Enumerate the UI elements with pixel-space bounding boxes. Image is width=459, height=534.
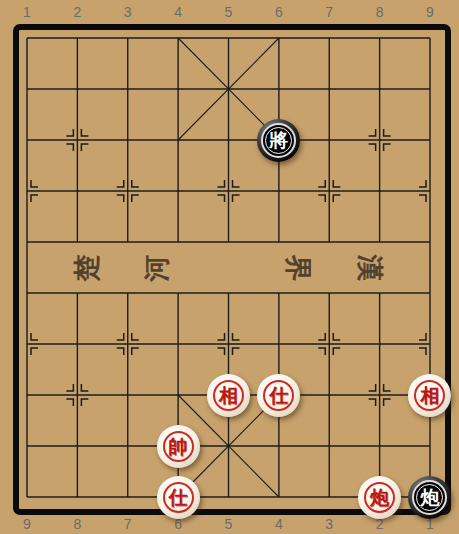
position-marker	[66, 399, 73, 406]
position-marker	[218, 180, 225, 187]
board-grid: 楚河界漢123456789987654321	[0, 0, 459, 534]
position-marker	[132, 195, 139, 202]
file-label-bottom: 3	[325, 516, 333, 532]
position-marker	[419, 348, 426, 355]
position-marker	[117, 195, 124, 202]
position-marker	[132, 180, 139, 187]
position-marker	[218, 195, 225, 202]
position-marker	[31, 333, 38, 340]
river-text-left: 楚	[71, 254, 102, 283]
position-marker	[117, 180, 124, 187]
file-label-top: 8	[376, 4, 384, 20]
position-marker	[81, 399, 88, 406]
position-marker	[233, 348, 240, 355]
file-label-top: 4	[174, 4, 182, 20]
black-cannon-glyph: 炮	[420, 488, 439, 507]
position-marker	[419, 333, 426, 340]
position-marker	[333, 348, 340, 355]
position-marker	[132, 333, 139, 340]
position-marker	[318, 195, 325, 202]
position-marker	[233, 195, 240, 202]
file-label-top: 5	[225, 4, 233, 20]
red-advisor-2[interactable]: 仕	[157, 476, 200, 519]
position-marker	[81, 384, 88, 391]
position-marker	[66, 129, 73, 136]
position-marker	[31, 195, 38, 202]
position-marker	[333, 180, 340, 187]
red-advisor-1[interactable]: 仕	[257, 374, 300, 417]
position-marker	[117, 333, 124, 340]
black-general[interactable]: 將	[257, 119, 300, 162]
river-text-right: 漢	[355, 254, 386, 282]
black-cannon[interactable]: 炮	[408, 476, 451, 519]
file-label-bottom: 7	[124, 516, 132, 532]
red-elephant-2[interactable]: 相	[408, 374, 451, 417]
position-marker	[369, 144, 376, 151]
red-general-glyph: 帥	[169, 437, 188, 456]
position-marker	[117, 348, 124, 355]
position-marker	[132, 348, 139, 355]
red-advisor-2-glyph: 仕	[169, 488, 188, 507]
red-general[interactable]: 帥	[157, 425, 200, 468]
position-marker	[233, 180, 240, 187]
xiangqi-board: 楚河界漢123456789987654321 將相仕相帥仕炮炮	[0, 0, 459, 534]
position-marker	[384, 384, 391, 391]
river-text-left: 河	[141, 255, 172, 283]
position-marker	[369, 399, 376, 406]
position-marker	[66, 144, 73, 151]
red-cannon-glyph: 炮	[370, 488, 389, 507]
position-marker	[66, 384, 73, 391]
position-marker	[81, 129, 88, 136]
red-elephant-1-glyph: 相	[219, 386, 238, 405]
position-marker	[218, 348, 225, 355]
black-general-glyph: 將	[269, 131, 288, 150]
file-label-top: 3	[124, 4, 132, 20]
position-marker	[419, 180, 426, 187]
position-marker	[31, 180, 38, 187]
position-marker	[369, 384, 376, 391]
position-marker	[81, 144, 88, 151]
file-label-top: 6	[275, 4, 283, 20]
file-label-top: 2	[73, 4, 81, 20]
position-marker	[318, 180, 325, 187]
file-label-bottom: 8	[73, 516, 81, 532]
position-marker	[333, 333, 340, 340]
red-advisor-1-glyph: 仕	[269, 386, 288, 405]
file-label-top: 1	[23, 4, 31, 20]
position-marker	[384, 129, 391, 136]
file-label-bottom: 4	[275, 516, 283, 532]
position-marker	[384, 144, 391, 151]
red-elephant-2-glyph: 相	[420, 386, 439, 405]
position-marker	[318, 348, 325, 355]
position-marker	[369, 129, 376, 136]
red-elephant-1[interactable]: 相	[207, 374, 250, 417]
file-label-top: 7	[325, 4, 333, 20]
river-text-right: 界	[283, 254, 314, 282]
position-marker	[419, 195, 426, 202]
file-label-top: 9	[426, 4, 434, 20]
file-label-bottom: 5	[225, 516, 233, 532]
position-marker	[218, 333, 225, 340]
file-label-bottom: 9	[23, 516, 31, 532]
position-marker	[31, 348, 38, 355]
position-marker	[318, 333, 325, 340]
red-cannon[interactable]: 炮	[358, 476, 401, 519]
position-marker	[333, 195, 340, 202]
position-marker	[384, 399, 391, 406]
position-marker	[233, 333, 240, 340]
